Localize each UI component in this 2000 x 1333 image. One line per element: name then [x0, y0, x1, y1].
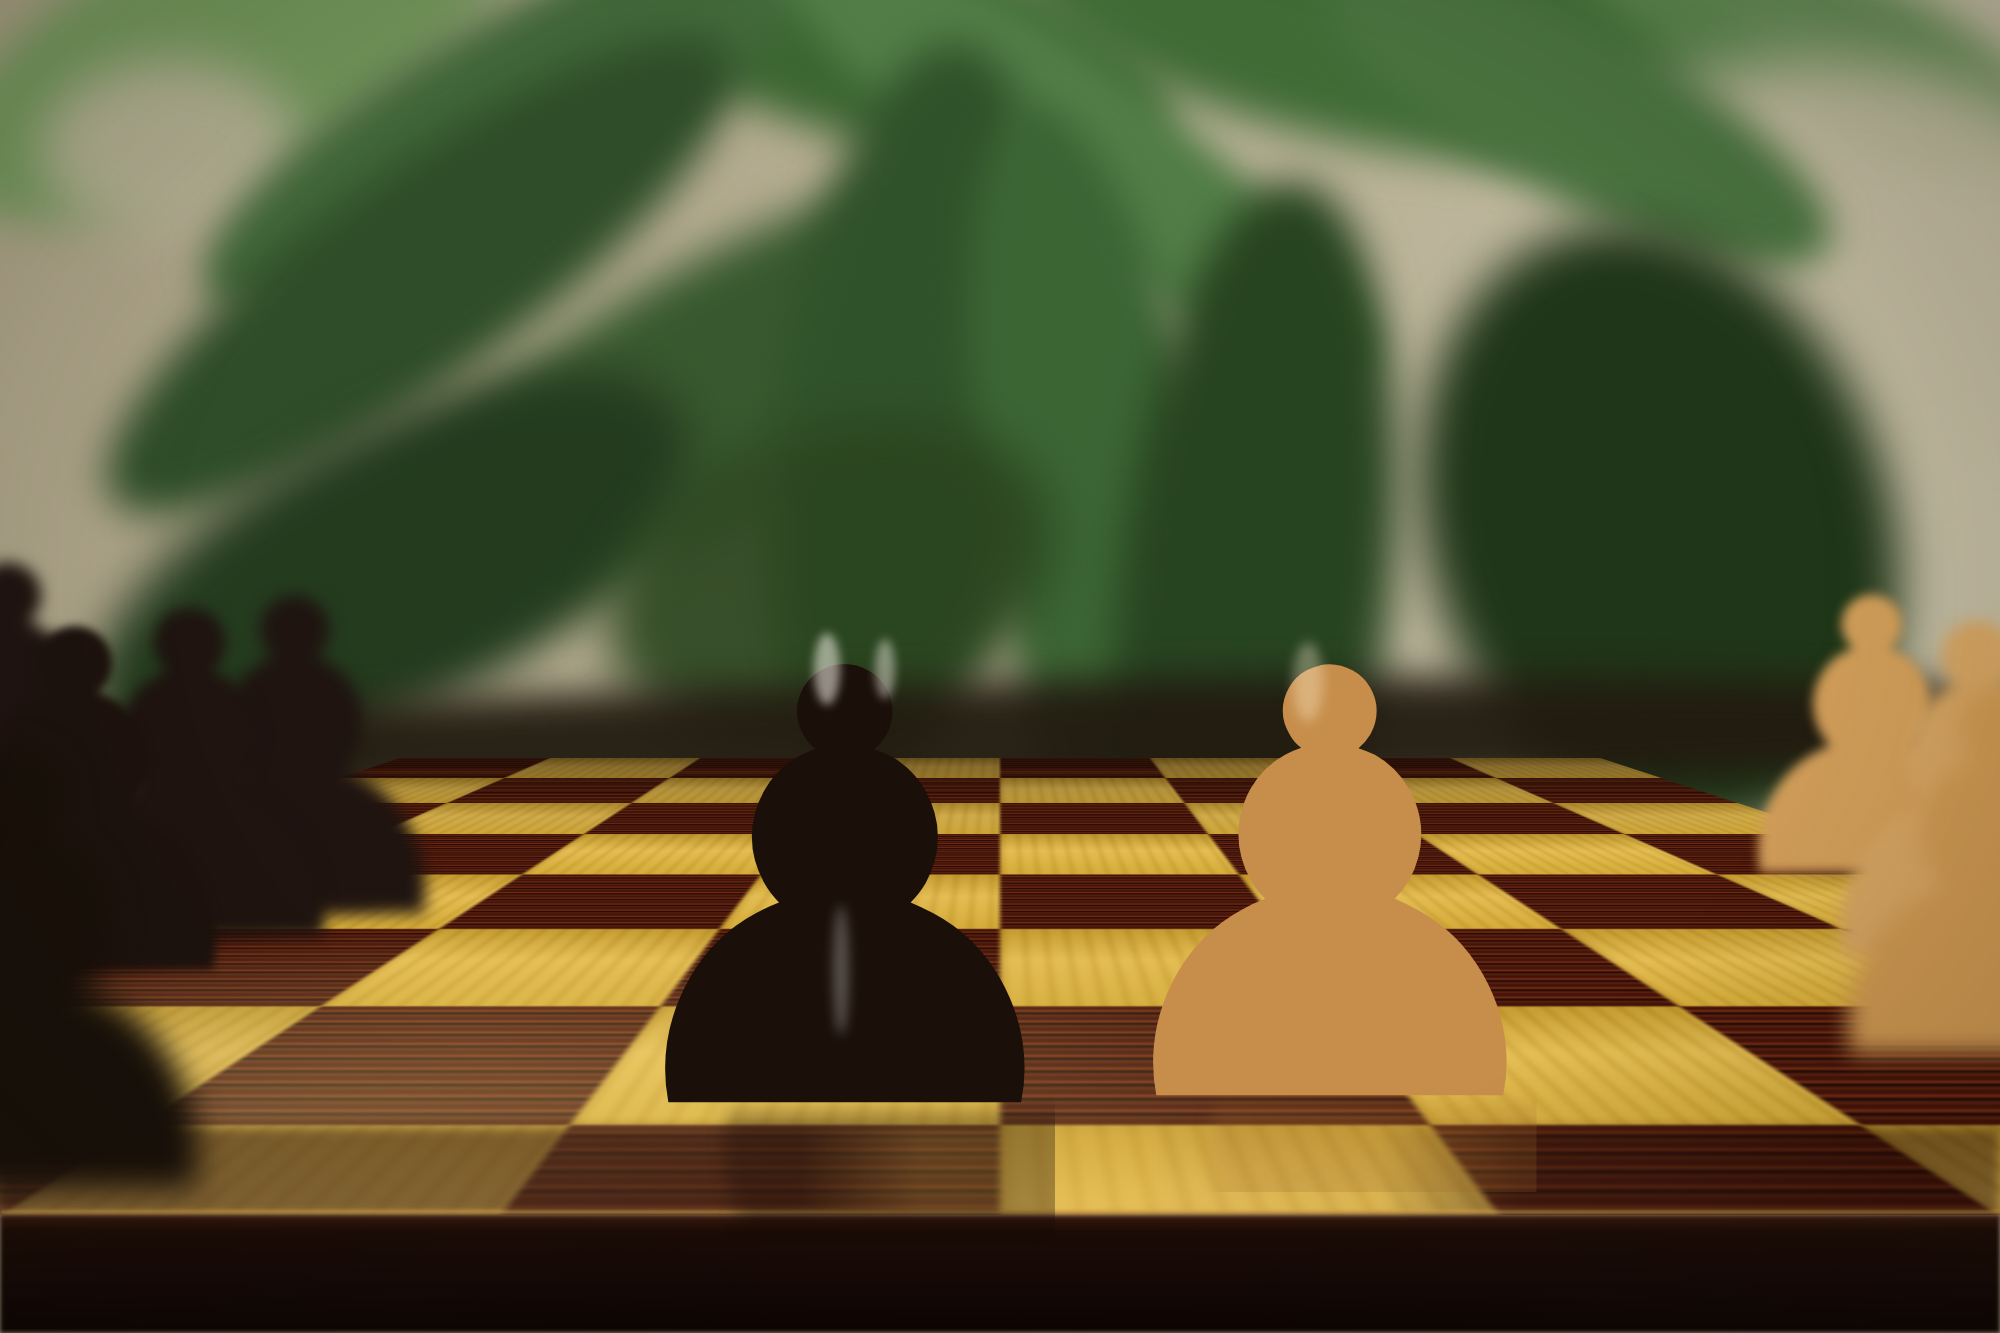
black-pawn-d2[interactable]: ♟ — [576, 595, 1114, 1195]
black-pawn-b1[interactable]: ♟ — [0, 680, 287, 1280]
white-pawn-g2[interactable]: ♟ — [1774, 630, 2000, 1130]
chess-photo-scene: ♟♟♟♟♟♟♟♟♟♟♟♟ — [0, 0, 2000, 1333]
white-pawn-e2[interactable]: ♟ — [1066, 596, 1595, 1186]
